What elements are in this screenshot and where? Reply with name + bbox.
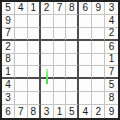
cell-r3c8[interactable] — [92, 28, 105, 41]
cell-r1c9[interactable]: 3 — [105, 2, 118, 15]
cell-r6c6[interactable] — [66, 66, 79, 79]
cell-r3c4[interactable] — [41, 28, 54, 41]
cell-r6c2[interactable] — [15, 66, 28, 79]
cell-r9c9[interactable]: 9 — [105, 105, 118, 118]
cell-r4c6[interactable] — [66, 41, 79, 54]
cell-r1c8[interactable]: 9 — [92, 2, 105, 15]
cell-r2c8[interactable] — [92, 15, 105, 28]
cell-r8c6[interactable] — [66, 92, 79, 105]
cell-r5c6[interactable] — [66, 54, 79, 67]
cell-r2c5[interactable] — [54, 15, 67, 28]
cell-r7c5[interactable] — [54, 79, 67, 92]
cell-r9c5[interactable]: 1 — [54, 105, 67, 118]
cell-r1c6[interactable]: 8 — [66, 2, 79, 15]
cell-r7c6[interactable] — [66, 79, 79, 92]
sudoku-board-wrapper: 54127869394722681174538678315429 — [0, 0, 120, 120]
cell-r2c2[interactable] — [15, 15, 28, 28]
cell-r6c7[interactable] — [79, 66, 92, 79]
cell-r2c1[interactable]: 9 — [2, 15, 15, 28]
cell-r8c2[interactable] — [15, 92, 28, 105]
cell-r8c7[interactable] — [79, 92, 92, 105]
cell-r6c3[interactable] — [28, 66, 41, 79]
cell-r6c5[interactable] — [54, 66, 67, 79]
cell-r6c4[interactable] — [41, 66, 54, 79]
cell-r4c4[interactable] — [41, 41, 54, 54]
cell-r5c5[interactable] — [54, 54, 67, 67]
cell-r9c3[interactable]: 8 — [28, 105, 41, 118]
cell-r5c2[interactable] — [15, 54, 28, 67]
cell-r2c3[interactable] — [28, 15, 41, 28]
cell-r3c2[interactable] — [15, 28, 28, 41]
cell-r1c2[interactable]: 4 — [15, 2, 28, 15]
cell-r6c8[interactable] — [92, 66, 105, 79]
cell-r6c9[interactable]: 7 — [105, 66, 118, 79]
cell-r8c4[interactable] — [41, 92, 54, 105]
cell-r1c4[interactable]: 2 — [41, 2, 54, 15]
cell-r1c1[interactable]: 5 — [2, 2, 15, 15]
cell-r7c3[interactable] — [28, 79, 41, 92]
cell-r3c1[interactable]: 7 — [2, 28, 15, 41]
cell-r7c4[interactable] — [41, 79, 54, 92]
cell-r4c3[interactable] — [28, 41, 41, 54]
cell-r5c4[interactable] — [41, 54, 54, 67]
cell-r5c9[interactable]: 1 — [105, 54, 118, 67]
cell-r7c9[interactable]: 5 — [105, 79, 118, 92]
cell-r8c3[interactable] — [28, 92, 41, 105]
cell-r9c4[interactable]: 3 — [41, 105, 54, 118]
cell-r1c3[interactable]: 1 — [28, 2, 41, 15]
cell-r2c9[interactable]: 4 — [105, 15, 118, 28]
cell-r5c7[interactable] — [79, 54, 92, 67]
cell-r8c5[interactable] — [54, 92, 67, 105]
sudoku-board: 54127869394722681174538678315429 — [0, 0, 120, 120]
cell-r6c1[interactable]: 1 — [2, 66, 15, 79]
cell-r3c6[interactable] — [66, 28, 79, 41]
cell-r7c8[interactable] — [92, 79, 105, 92]
cell-r3c9[interactable]: 2 — [105, 28, 118, 41]
cell-r2c6[interactable] — [66, 15, 79, 28]
cell-r4c7[interactable] — [79, 41, 92, 54]
cell-r4c5[interactable] — [54, 41, 67, 54]
cell-r9c8[interactable]: 2 — [92, 105, 105, 118]
cell-r2c4[interactable] — [41, 15, 54, 28]
cell-r5c8[interactable] — [92, 54, 105, 67]
cell-r9c7[interactable]: 4 — [79, 105, 92, 118]
cell-r8c9[interactable]: 8 — [105, 92, 118, 105]
cell-r7c7[interactable] — [79, 79, 92, 92]
cell-r4c8[interactable] — [92, 41, 105, 54]
cell-r4c9[interactable]: 6 — [105, 41, 118, 54]
cell-r9c1[interactable]: 6 — [2, 105, 15, 118]
cell-r9c6[interactable]: 5 — [66, 105, 79, 118]
cell-r1c5[interactable]: 7 — [54, 2, 67, 15]
cell-r3c7[interactable] — [79, 28, 92, 41]
cell-r7c1[interactable]: 4 — [2, 79, 15, 92]
cell-r3c5[interactable] — [54, 28, 67, 41]
cell-r4c1[interactable]: 2 — [2, 41, 15, 54]
cell-r3c3[interactable] — [28, 28, 41, 41]
cell-r8c1[interactable]: 3 — [2, 92, 15, 105]
cell-r9c2[interactable]: 7 — [15, 105, 28, 118]
cell-r4c2[interactable] — [15, 41, 28, 54]
cell-r5c1[interactable]: 8 — [2, 54, 15, 67]
cell-r5c3[interactable] — [28, 54, 41, 67]
cell-r7c2[interactable] — [15, 79, 28, 92]
cell-r2c7[interactable] — [79, 15, 92, 28]
cell-r1c7[interactable]: 6 — [79, 2, 92, 15]
cell-r8c8[interactable] — [92, 92, 105, 105]
